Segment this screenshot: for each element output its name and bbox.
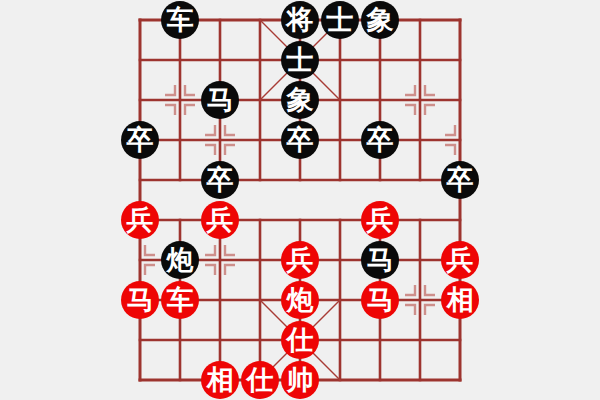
piece-glyph: 马 bbox=[367, 286, 394, 313]
red-chariot[interactable]: 车 bbox=[161, 281, 199, 319]
red-soldier[interactable]: 兵 bbox=[121, 201, 159, 239]
black-advisor[interactable]: 士 bbox=[321, 1, 359, 39]
red-soldier[interactable]: 兵 bbox=[281, 241, 319, 279]
red-advisor[interactable]: 仕 bbox=[241, 361, 279, 399]
red-soldier[interactable]: 兵 bbox=[201, 201, 239, 239]
red-elephant[interactable]: 相 bbox=[441, 281, 479, 319]
black-elephant[interactable]: 象 bbox=[361, 1, 399, 39]
piece-glyph: 兵 bbox=[127, 206, 154, 233]
piece-glyph: 兵 bbox=[367, 206, 394, 233]
piece-glyph: 马 bbox=[207, 86, 234, 113]
piece-glyph: 卒 bbox=[367, 126, 394, 153]
xiangqi-board: 车将士象士马象卒卒卒卒卒炮马兵兵兵兵兵马车炮马相仕相仕帅 bbox=[0, 0, 600, 400]
red-soldier[interactable]: 兵 bbox=[361, 201, 399, 239]
red-horse[interactable]: 马 bbox=[361, 281, 399, 319]
piece-glyph: 炮 bbox=[167, 246, 194, 273]
black-advisor[interactable]: 士 bbox=[281, 41, 319, 79]
piece-glyph: 兵 bbox=[207, 206, 234, 233]
red-horse[interactable]: 马 bbox=[121, 281, 159, 319]
red-elephant[interactable]: 相 bbox=[201, 361, 239, 399]
piece-glyph: 象 bbox=[367, 6, 394, 33]
piece-glyph: 将 bbox=[287, 6, 314, 33]
red-soldier[interactable]: 兵 bbox=[441, 241, 479, 279]
black-cannon[interactable]: 炮 bbox=[161, 241, 199, 279]
black-soldier[interactable]: 卒 bbox=[281, 121, 319, 159]
piece-glyph: 相 bbox=[447, 286, 474, 313]
piece-glyph: 炮 bbox=[287, 286, 314, 313]
black-soldier[interactable]: 卒 bbox=[361, 121, 399, 159]
piece-glyph: 相 bbox=[207, 366, 234, 393]
black-horse[interactable]: 马 bbox=[361, 241, 399, 279]
piece-glyph: 卒 bbox=[207, 166, 234, 193]
black-soldier[interactable]: 卒 bbox=[201, 161, 239, 199]
black-horse[interactable]: 马 bbox=[201, 81, 239, 119]
black-soldier[interactable]: 卒 bbox=[441, 161, 479, 199]
piece-glyph: 马 bbox=[367, 246, 394, 273]
red-advisor[interactable]: 仕 bbox=[281, 321, 319, 359]
black-chariot[interactable]: 车 bbox=[161, 1, 199, 39]
piece-glyph: 车 bbox=[167, 6, 194, 33]
piece-glyph: 士 bbox=[287, 46, 314, 73]
black-elephant[interactable]: 象 bbox=[281, 81, 319, 119]
piece-glyph: 仕 bbox=[247, 366, 274, 393]
piece-glyph: 象 bbox=[287, 86, 314, 113]
piece-glyph: 卒 bbox=[287, 126, 314, 153]
piece-glyph: 帅 bbox=[287, 366, 314, 393]
red-cannon[interactable]: 炮 bbox=[281, 281, 319, 319]
piece-glyph: 卒 bbox=[127, 126, 154, 153]
piece-glyph: 兵 bbox=[447, 246, 474, 273]
piece-glyph: 仕 bbox=[287, 326, 314, 353]
black-general[interactable]: 将 bbox=[281, 1, 319, 39]
piece-glyph: 马 bbox=[127, 286, 154, 313]
piece-glyph: 卒 bbox=[447, 166, 474, 193]
black-soldier[interactable]: 卒 bbox=[121, 121, 159, 159]
piece-glyph: 士 bbox=[327, 6, 354, 33]
red-general[interactable]: 帅 bbox=[281, 361, 319, 399]
piece-glyph: 车 bbox=[167, 286, 194, 313]
piece-glyph: 兵 bbox=[287, 246, 314, 273]
pieces-layer: 车将士象士马象卒卒卒卒卒炮马兵兵兵兵兵马车炮马相仕相仕帅 bbox=[0, 0, 600, 400]
